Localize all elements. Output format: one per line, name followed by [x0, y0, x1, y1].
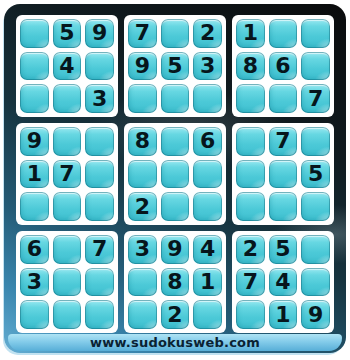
cell-r1c9[interactable] — [301, 19, 330, 48]
cell-r9c3[interactable] — [85, 300, 114, 329]
box-3-3: 257419 — [232, 231, 334, 333]
cell-r4c8[interactable]: 7 — [269, 127, 298, 156]
cell-r6c8[interactable] — [269, 192, 298, 221]
cell-r1c7[interactable]: 1 — [236, 19, 265, 48]
cell-r7c7[interactable]: 2 — [236, 235, 265, 264]
cell-r6c6[interactable] — [193, 192, 222, 221]
cell-r5c7[interactable] — [236, 160, 265, 189]
cell-r3c7[interactable] — [236, 84, 265, 113]
sudoku-grid: 594372953186791786275673394812257419 — [16, 15, 334, 333]
cell-r8c1[interactable]: 3 — [20, 268, 49, 297]
cell-r2c1[interactable] — [20, 52, 49, 81]
cell-r3c8[interactable] — [269, 84, 298, 113]
cell-r8c8[interactable]: 4 — [269, 268, 298, 297]
cell-r2c8[interactable]: 6 — [269, 52, 298, 81]
cell-r2c4[interactable]: 9 — [128, 52, 157, 81]
cell-r7c2[interactable] — [53, 235, 82, 264]
box-1-2: 72953 — [124, 15, 226, 117]
cell-r7c9[interactable] — [301, 235, 330, 264]
cell-r1c5[interactable] — [161, 19, 190, 48]
cell-r4c7[interactable] — [236, 127, 265, 156]
cell-r1c3[interactable]: 9 — [85, 19, 114, 48]
cell-r7c1[interactable]: 6 — [20, 235, 49, 264]
cell-r8c4[interactable] — [128, 268, 157, 297]
cell-r5c3[interactable] — [85, 160, 114, 189]
cell-r4c6[interactable]: 6 — [193, 127, 222, 156]
cell-r3c1[interactable] — [20, 84, 49, 113]
cell-r5c9[interactable]: 5 — [301, 160, 330, 189]
cell-r2c3[interactable] — [85, 52, 114, 81]
cell-r9c7[interactable] — [236, 300, 265, 329]
cell-r3c2[interactable] — [53, 84, 82, 113]
box-1-3: 1867 — [232, 15, 334, 117]
cell-r9c5[interactable]: 2 — [161, 300, 190, 329]
cell-r4c5[interactable] — [161, 127, 190, 156]
cell-r1c4[interactable]: 7 — [128, 19, 157, 48]
cell-r4c2[interactable] — [53, 127, 82, 156]
box-2-1: 917 — [16, 123, 118, 225]
box-2-3: 75 — [232, 123, 334, 225]
cell-r9c1[interactable] — [20, 300, 49, 329]
cell-r3c5[interactable] — [161, 84, 190, 113]
cell-r5c6[interactable] — [193, 160, 222, 189]
cell-r3c4[interactable] — [128, 84, 157, 113]
cell-r5c2[interactable]: 7 — [53, 160, 82, 189]
cell-r2c9[interactable] — [301, 52, 330, 81]
cell-r6c5[interactable] — [161, 192, 190, 221]
sudoku-board-card: 594372953186791786275673394812257419 www… — [4, 4, 346, 353]
cell-r9c8[interactable]: 1 — [269, 300, 298, 329]
cell-r4c3[interactable] — [85, 127, 114, 156]
box-1-1: 5943 — [16, 15, 118, 117]
cell-r4c4[interactable]: 8 — [128, 127, 157, 156]
cell-r5c5[interactable] — [161, 160, 190, 189]
cell-r1c8[interactable] — [269, 19, 298, 48]
cell-r9c6[interactable] — [193, 300, 222, 329]
cell-r5c1[interactable]: 1 — [20, 160, 49, 189]
cell-r1c6[interactable]: 2 — [193, 19, 222, 48]
cell-r2c6[interactable]: 3 — [193, 52, 222, 81]
cell-r7c3[interactable]: 7 — [85, 235, 114, 264]
cell-r6c4[interactable]: 2 — [128, 192, 157, 221]
box-3-1: 673 — [16, 231, 118, 333]
cell-r5c8[interactable] — [269, 160, 298, 189]
cell-r2c5[interactable]: 5 — [161, 52, 190, 81]
cell-r7c6[interactable]: 4 — [193, 235, 222, 264]
footer-bar: www.sudokusweb.com — [8, 334, 342, 351]
cell-r8c5[interactable]: 8 — [161, 268, 190, 297]
cell-r6c7[interactable] — [236, 192, 265, 221]
cell-r8c7[interactable]: 7 — [236, 268, 265, 297]
cell-r4c9[interactable] — [301, 127, 330, 156]
cell-r7c5[interactable]: 9 — [161, 235, 190, 264]
cell-r3c3[interactable]: 3 — [85, 84, 114, 113]
cell-r7c4[interactable]: 3 — [128, 235, 157, 264]
cell-r8c3[interactable] — [85, 268, 114, 297]
cell-r2c2[interactable]: 4 — [53, 52, 82, 81]
cell-r8c9[interactable] — [301, 268, 330, 297]
box-3-2: 394812 — [124, 231, 226, 333]
cell-r6c2[interactable] — [53, 192, 82, 221]
cell-r1c1[interactable] — [20, 19, 49, 48]
cell-r8c2[interactable] — [53, 268, 82, 297]
cell-r6c3[interactable] — [85, 192, 114, 221]
cell-r5c4[interactable] — [128, 160, 157, 189]
cell-r4c1[interactable]: 9 — [20, 127, 49, 156]
website-url[interactable]: www.sudokusweb.com — [90, 335, 260, 350]
cell-r8c6[interactable]: 1 — [193, 268, 222, 297]
cell-r6c9[interactable] — [301, 192, 330, 221]
box-2-2: 862 — [124, 123, 226, 225]
cell-r2c7[interactable]: 8 — [236, 52, 265, 81]
cell-r9c9[interactable]: 9 — [301, 300, 330, 329]
cell-r9c2[interactable] — [53, 300, 82, 329]
cell-r7c8[interactable]: 5 — [269, 235, 298, 264]
cell-r9c4[interactable] — [128, 300, 157, 329]
cell-r6c1[interactable] — [20, 192, 49, 221]
cell-r3c6[interactable] — [193, 84, 222, 113]
cell-r3c9[interactable]: 7 — [301, 84, 330, 113]
cell-r1c2[interactable]: 5 — [53, 19, 82, 48]
